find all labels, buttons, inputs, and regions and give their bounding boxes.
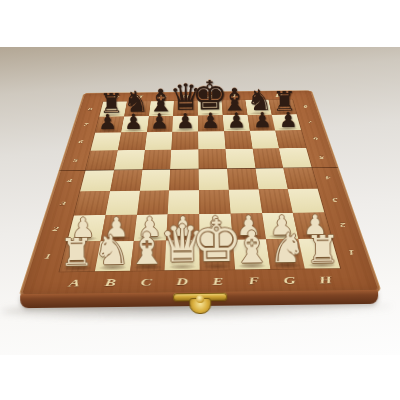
- square-f6: [224, 131, 252, 149]
- square-d4: [169, 169, 199, 191]
- white-knight-b1: ♞: [93, 230, 130, 271]
- black-pawn-h7: ♟: [279, 109, 298, 130]
- square-d7: ♟: [172, 115, 198, 132]
- square-e6: [198, 131, 225, 149]
- camera-tilt-wrapper: ♜♞♝♛♚♝♞♜♟♟♟♟♟♟♟♟♟♟♟♟♟♟♟♟♜♞♝♛♚♝♞♜ AABBCCD…: [0, 47, 400, 355]
- chess-board: ♜♞♝♛♚♝♞♜♟♟♟♟♟♟♟♟♟♟♟♟♟♟♟♟♜♞♝♛♚♝♞♜ AABBCCD…: [18, 90, 382, 297]
- square-h1: ♜: [299, 239, 340, 269]
- square-f1: ♝: [233, 239, 270, 269]
- square-g6: [250, 131, 280, 149]
- black-pawn-c7: ♟: [150, 111, 169, 132]
- square-b6: [118, 132, 147, 150]
- square-a4: [80, 170, 114, 192]
- file-label-bottom-g: G: [270, 269, 310, 294]
- square-h7: ♟: [272, 114, 301, 130]
- black-pawn-g7: ♟: [253, 110, 272, 131]
- square-f7: ♟: [223, 115, 250, 131]
- square-c6: [144, 132, 172, 150]
- chess-set-photo: ♜♞♝♛♚♝♞♜♟♟♟♟♟♟♟♟♟♟♟♟♟♟♟♟♜♞♝♛♚♝♞♜ AABBCCD…: [0, 47, 400, 355]
- rank-label-right-6: 6: [301, 130, 331, 148]
- white-bishop-f1: ♝: [232, 225, 272, 269]
- clasp-knob-icon: [196, 295, 204, 303]
- square-b5: [114, 150, 145, 170]
- square-e7: ♟: [198, 115, 224, 131]
- photo-page: ♜♞♝♛♚♝♞♜♟♟♟♟♟♟♟♟♟♟♟♟♟♟♟♟♜♞♝♛♚♝♞♜ AABBCCD…: [0, 0, 400, 400]
- rank-label-right-7: 7: [297, 114, 325, 130]
- black-pawn-d7: ♟: [176, 111, 195, 132]
- square-g5: [252, 148, 283, 168]
- square-a5: [86, 150, 118, 170]
- brass-clasp: [173, 290, 227, 315]
- square-c4: [139, 169, 170, 191]
- board-squares-grid: ♜♞♝♛♚♝♞♜♟♟♟♟♟♟♟♟♟♟♟♟♟♟♟♟♜♞♝♛♚♝♞♜: [60, 99, 340, 271]
- square-f5: [225, 149, 255, 169]
- square-b4: [110, 169, 142, 191]
- black-pawn-b7: ♟: [124, 111, 143, 132]
- square-a6: [91, 133, 121, 151]
- square-a7: ♟: [95, 116, 124, 133]
- square-b7: ♟: [121, 116, 149, 133]
- square-f4: [227, 168, 258, 190]
- black-pawn-f7: ♟: [227, 110, 246, 131]
- square-d6: [171, 132, 198, 150]
- square-e4: [199, 168, 229, 190]
- square-g4: [255, 168, 288, 190]
- white-rook-h1: ♜: [305, 230, 340, 269]
- rank-label-right-4: 4: [312, 167, 345, 189]
- square-e1: ♚: [199, 240, 234, 270]
- square-c5: [142, 150, 171, 170]
- white-knight-g1: ♞: [269, 228, 306, 269]
- square-g1: ♞: [266, 239, 305, 269]
- square-g7: ♟: [247, 115, 275, 131]
- square-e5: [198, 149, 226, 169]
- rank-label-right-5: 5: [306, 148, 338, 168]
- black-pawn-a7: ♟: [98, 112, 117, 133]
- square-d5: [170, 149, 198, 169]
- square-c7: ♟: [147, 116, 174, 133]
- white-rook-a1: ♜: [60, 233, 95, 272]
- black-pawn-e7: ♟: [201, 110, 220, 131]
